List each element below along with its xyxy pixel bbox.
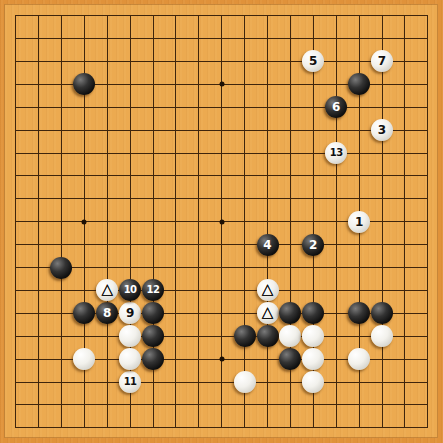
- move-number-label: 13: [330, 148, 343, 158]
- stone-white: 13: [325, 142, 347, 164]
- stone-white: 5: [302, 50, 324, 72]
- move-number-label: 1: [355, 216, 363, 228]
- stone-black: [348, 302, 370, 324]
- stone-black: [142, 302, 164, 324]
- stone-white: 3: [371, 119, 393, 141]
- stone-black: [50, 257, 72, 279]
- move-number-label: 6: [332, 101, 340, 113]
- go-board[interactable]: 12345678910111213△△△: [0, 0, 443, 443]
- move-number-label: 9: [126, 307, 134, 319]
- stone-black: 10: [119, 279, 141, 301]
- stone-black: [142, 348, 164, 370]
- move-number-label: 8: [103, 307, 111, 319]
- stone-black: [371, 302, 393, 324]
- move-number-label: 7: [378, 55, 386, 67]
- stone-black: [73, 73, 95, 95]
- stone-black: 8: [96, 302, 118, 324]
- move-number-label: 5: [309, 55, 317, 67]
- stone-black: [257, 325, 279, 347]
- stone-white: [302, 325, 324, 347]
- stone-black: 4: [257, 234, 279, 256]
- move-number-label: 10: [124, 285, 137, 295]
- stone-black: 2: [302, 234, 324, 256]
- stone-black: [73, 302, 95, 324]
- stone-white: 11: [119, 371, 141, 393]
- stone-black: [302, 302, 324, 324]
- move-number-label: 2: [309, 239, 317, 251]
- move-number-label: 4: [263, 239, 271, 251]
- stone-white: △: [257, 302, 279, 324]
- stone-white: 9: [119, 302, 141, 324]
- triangle-mark-icon: △: [262, 305, 274, 320]
- stone-black: [142, 325, 164, 347]
- move-number-label: 3: [378, 124, 386, 136]
- triangle-mark-icon: △: [101, 282, 113, 297]
- stone-white: [348, 348, 370, 370]
- stone-black: 6: [325, 96, 347, 118]
- stone-white: [302, 371, 324, 393]
- stone-white: [119, 325, 141, 347]
- stone-black: [234, 325, 256, 347]
- triangle-mark-icon: △: [262, 282, 274, 297]
- stone-white: 7: [371, 50, 393, 72]
- stone-white: 1: [348, 211, 370, 233]
- stone-white: [234, 371, 256, 393]
- stones-layer: 12345678910111213△△△: [0, 0, 443, 443]
- stone-white: [119, 348, 141, 370]
- stone-white: △: [96, 279, 118, 301]
- move-number-label: 12: [147, 285, 160, 295]
- move-number-label: 11: [124, 377, 137, 387]
- stone-white: △: [257, 279, 279, 301]
- stone-white: [371, 325, 393, 347]
- stone-black: [348, 73, 370, 95]
- stone-white: [279, 325, 301, 347]
- stone-white: [73, 348, 95, 370]
- stone-black: [279, 348, 301, 370]
- stone-black: [279, 302, 301, 324]
- stone-black: 12: [142, 279, 164, 301]
- stone-white: [302, 348, 324, 370]
